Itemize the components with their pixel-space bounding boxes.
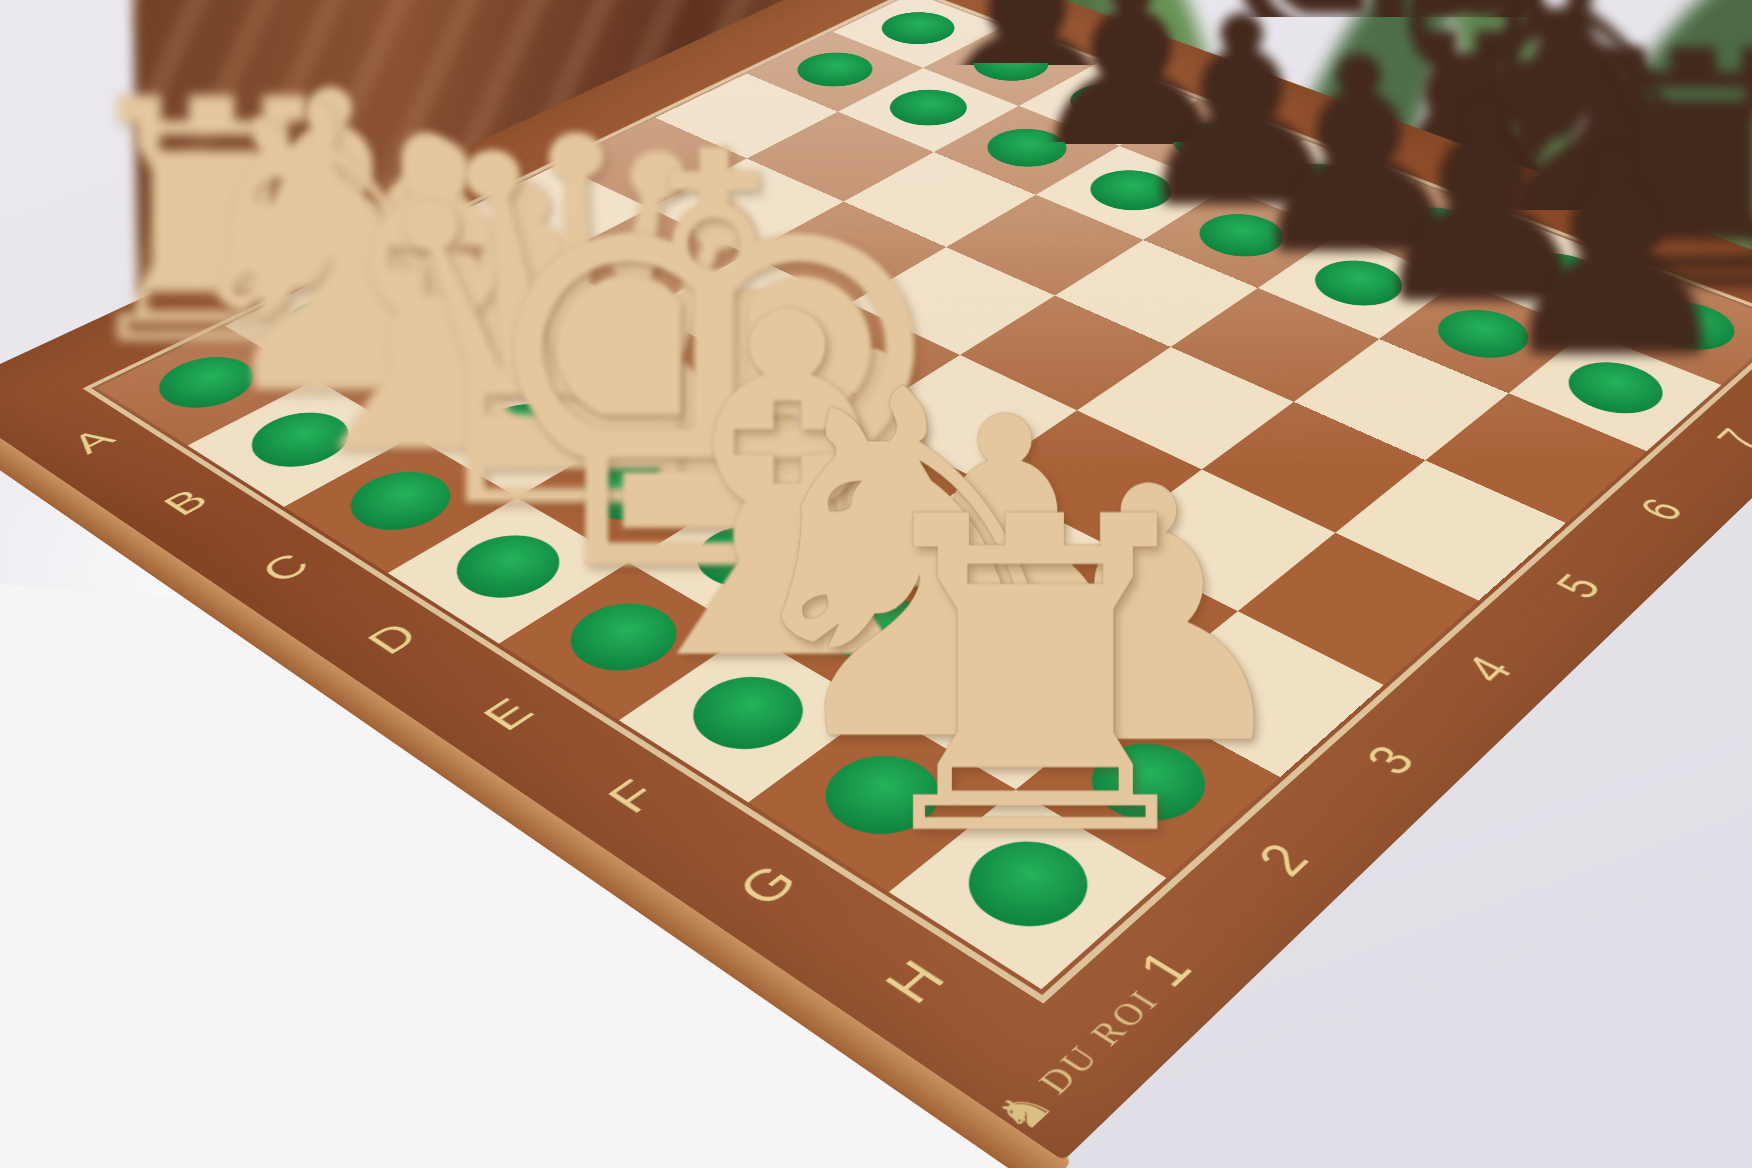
chess-board: ♜♞♝♛♚♝♞♜♟♟♟♟♟♟♟♟♟♟♟♟♟♟♟♟♜♞♝♛♚♝♞♜ ABCDEFG… xyxy=(0,0,1752,1161)
file-label-d: D xyxy=(356,615,429,661)
chess-photo-scene: ♜♞♝♛♚♝♞♜♟♟♟♟♟♟♟♟♟♟♟♟♟♟♟♟♜♞♝♛♚♝♞♜ ABCDEFG… xyxy=(0,0,1752,1168)
rank-label-5: 5 xyxy=(1543,566,1614,606)
rank-label-7: 7 xyxy=(1704,422,1752,456)
file-label-e: E xyxy=(471,690,545,738)
file-label-b: B xyxy=(153,483,218,522)
rank-label-6: 6 xyxy=(1627,491,1695,527)
rank-label-3: 3 xyxy=(1352,737,1428,784)
board-perspective-wrap: ♜♞♝♛♚♝♞♜♟♟♟♟♟♟♟♟♟♟♟♟♟♟♟♟♜♞♝♛♚♝♞♜ ABCDEFG… xyxy=(250,0,1670,1065)
file-label-g: G xyxy=(724,855,810,915)
rank-label-4: 4 xyxy=(1451,648,1524,691)
rank-label-2: 2 xyxy=(1243,834,1322,886)
file-label-c: C xyxy=(250,546,320,589)
file-label-a: A xyxy=(61,423,123,459)
file-label-f: F xyxy=(595,771,670,821)
file-label-h: H xyxy=(870,950,958,1014)
